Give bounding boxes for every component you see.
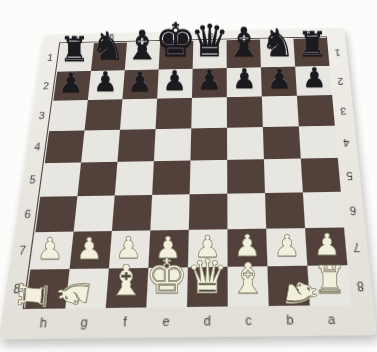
vinyl-chessboard: hh11gg22ff33ee44dd55cc66bb77aa88 bbox=[0, 28, 377, 340]
square-g6 bbox=[74, 196, 115, 232]
square-c5 bbox=[227, 159, 265, 193]
square-g5 bbox=[77, 162, 117, 196]
file-label-top-f: f bbox=[142, 33, 145, 41]
square-c3 bbox=[227, 96, 263, 127]
square-c6 bbox=[227, 193, 266, 229]
rank-label-right-6: 6 bbox=[349, 204, 357, 215]
square-e7 bbox=[148, 230, 188, 268]
square-h4 bbox=[45, 130, 85, 163]
square-f1 bbox=[125, 42, 160, 70]
file-label-bottom-a: a bbox=[328, 314, 336, 327]
file-label-top-h: h bbox=[75, 34, 82, 42]
square-b2 bbox=[261, 67, 297, 97]
square-d4 bbox=[190, 128, 227, 161]
square-b4 bbox=[263, 126, 301, 159]
rank-label-left-2: 2 bbox=[42, 82, 49, 91]
square-h5 bbox=[40, 162, 81, 196]
square-g3 bbox=[85, 99, 123, 130]
square-c7 bbox=[227, 229, 267, 267]
rank-label-right-7: 7 bbox=[353, 240, 361, 252]
square-a7 bbox=[305, 227, 347, 265]
square-d6 bbox=[189, 194, 228, 230]
file-label-bottom-f: f bbox=[123, 316, 127, 329]
square-e5 bbox=[152, 161, 190, 195]
square-b1 bbox=[260, 39, 295, 68]
square-h3 bbox=[49, 100, 88, 131]
file-label-bottom-g: g bbox=[80, 317, 88, 330]
square-d8 bbox=[187, 267, 228, 307]
square-g7 bbox=[70, 231, 112, 269]
square-f5 bbox=[115, 161, 154, 195]
square-g1 bbox=[91, 43, 127, 71]
square-c4 bbox=[227, 127, 264, 160]
square-f8 bbox=[106, 268, 149, 308]
square-a3 bbox=[297, 95, 335, 126]
square-h2 bbox=[53, 71, 91, 101]
square-d7 bbox=[188, 229, 228, 267]
rank-label-right-2: 2 bbox=[337, 76, 344, 85]
square-c2 bbox=[227, 67, 262, 97]
rank-label-left-4: 4 bbox=[34, 142, 41, 152]
rank-label-right-1: 1 bbox=[334, 47, 341, 56]
file-label-top-e: e bbox=[174, 32, 180, 40]
square-e6 bbox=[150, 194, 189, 230]
square-a2 bbox=[295, 66, 332, 96]
rank-label-left-3: 3 bbox=[38, 111, 45, 120]
square-g2 bbox=[88, 70, 125, 100]
file-label-bottom-e: e bbox=[162, 316, 169, 329]
square-b6 bbox=[265, 192, 305, 228]
file-label-top-g: g bbox=[108, 33, 114, 41]
rank-label-left-7: 7 bbox=[18, 245, 26, 256]
square-h7 bbox=[30, 232, 73, 270]
rank-label-right-8: 8 bbox=[356, 279, 364, 291]
rank-label-right-5: 5 bbox=[346, 169, 353, 179]
rank-label-right-4: 4 bbox=[343, 136, 350, 146]
square-c8 bbox=[228, 266, 269, 306]
square-a6 bbox=[303, 192, 344, 228]
rank-label-left-6: 6 bbox=[24, 209, 32, 220]
file-label-bottom-c: c bbox=[245, 315, 252, 328]
square-f3 bbox=[120, 99, 157, 130]
square-g4 bbox=[81, 130, 120, 163]
file-label-top-b: b bbox=[273, 30, 279, 38]
square-a4 bbox=[299, 126, 338, 159]
rank-label-left-1: 1 bbox=[47, 54, 54, 63]
square-f4 bbox=[117, 129, 155, 162]
photo-stage: hh11gg22ff33ee44dd55cc66bb77aa88 ♜♞♝♚♛♝♞… bbox=[0, 0, 377, 352]
file-label-bottom-d: d bbox=[204, 315, 211, 328]
square-f2 bbox=[122, 70, 158, 100]
square-g8 bbox=[65, 268, 109, 308]
file-label-top-c: c bbox=[241, 30, 246, 38]
file-label-top-a: a bbox=[307, 29, 313, 37]
square-h6 bbox=[35, 196, 77, 232]
square-e8 bbox=[146, 267, 188, 307]
square-b3 bbox=[262, 96, 299, 127]
rank-label-left-5: 5 bbox=[29, 175, 37, 185]
coordinate-labels: hh11gg22ff33ee44dd55cc66bb77aa88 bbox=[45, 28, 345, 35]
square-d3 bbox=[191, 97, 227, 128]
square-d1 bbox=[193, 40, 227, 69]
board-grid bbox=[25, 38, 351, 309]
square-a1 bbox=[293, 38, 329, 67]
square-e2 bbox=[157, 69, 192, 99]
square-f7 bbox=[109, 230, 150, 268]
square-e1 bbox=[159, 41, 194, 69]
file-label-bottom-h: h bbox=[39, 317, 47, 330]
square-d5 bbox=[190, 160, 228, 194]
square-h8 bbox=[25, 269, 70, 309]
square-e3 bbox=[156, 98, 192, 129]
square-a8 bbox=[307, 265, 351, 305]
rank-label-right-3: 3 bbox=[340, 105, 347, 114]
file-label-bottom-b: b bbox=[286, 314, 294, 327]
square-f6 bbox=[112, 195, 152, 231]
square-h1 bbox=[57, 43, 94, 71]
square-b8 bbox=[267, 266, 309, 306]
square-b7 bbox=[266, 228, 307, 266]
square-b5 bbox=[264, 159, 303, 193]
file-label-top-d: d bbox=[207, 31, 213, 39]
rank-label-left-8: 8 bbox=[13, 283, 21, 295]
square-e4 bbox=[154, 128, 191, 161]
square-d2 bbox=[192, 68, 227, 98]
square-a5 bbox=[301, 158, 341, 193]
square-c1 bbox=[227, 40, 261, 69]
